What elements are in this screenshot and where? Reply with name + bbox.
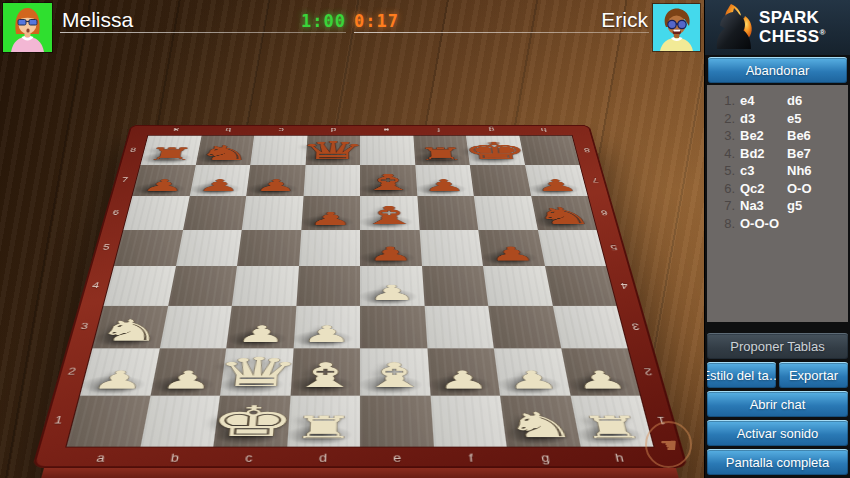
white-move: e4 [740, 93, 787, 108]
square-g4[interactable] [483, 266, 552, 305]
square-c6[interactable] [242, 196, 303, 230]
square-g1[interactable]: ♞ [500, 395, 580, 446]
white-bishop[interactable]: ♝ [289, 358, 362, 392]
coord-label-8: 8 [583, 147, 591, 154]
square-h2[interactable]: ♟ [561, 348, 640, 395]
move-row-6: 6.Qc2O-O [719, 180, 848, 198]
board-style-button[interactable]: Estilo del ta… [707, 362, 776, 388]
square-f2[interactable]: ♟ [427, 348, 500, 395]
square-c2[interactable]: ♛ [220, 348, 293, 395]
square-a8[interactable]: ♜ [141, 136, 202, 165]
chess-board[interactable]: ♜♞♛♜♚♟♟♟♝♟♟♟♝♞♟♟♟♞♟♟♟♟♛♝♝♟♟♟♚♜♞♜ aabbccd… [32, 125, 688, 468]
square-f7[interactable]: ♟ [415, 165, 474, 196]
square-d2[interactable]: ♝ [290, 348, 360, 395]
player-name-left: Melissa [62, 8, 133, 32]
black-move: Be7 [787, 146, 811, 161]
black-king[interactable]: ♚ [461, 139, 529, 163]
sparkchess-logo: SPARK CHESS® [705, 0, 850, 55]
coord-label-3: 3 [631, 322, 641, 332]
export-button[interactable]: Exportar [779, 362, 848, 388]
coord-label-b: b [170, 452, 180, 465]
erick-avatar-image [653, 4, 700, 51]
brand-title: SPARK CHESS® [759, 9, 826, 45]
abandon-button[interactable]: Abandonar [708, 57, 847, 83]
main-clock: 1:00 [296, 11, 346, 31]
move-row-4: 4.Bd2Be7 [719, 145, 848, 163]
black-knight[interactable]: ♞ [533, 204, 596, 227]
white-move: Na3 [740, 198, 787, 213]
black-queen[interactable]: ♛ [298, 138, 367, 163]
square-g7[interactable] [470, 165, 531, 196]
white-knight[interactable]: ♞ [93, 316, 165, 345]
square-e8[interactable] [360, 136, 415, 165]
square-h7[interactable]: ♟ [525, 165, 588, 196]
white-pawn[interactable]: ♟ [436, 367, 491, 392]
white-rook[interactable]: ♜ [291, 412, 355, 443]
coord-label-5: 5 [102, 243, 111, 251]
square-h6[interactable]: ♞ [531, 196, 597, 230]
square-e3[interactable] [360, 305, 427, 348]
white-bishop[interactable]: ♝ [358, 358, 431, 392]
white-king[interactable]: ♚ [207, 401, 297, 443]
square-f1[interactable] [430, 395, 507, 446]
square-a1[interactable] [67, 395, 150, 446]
black-pawn[interactable]: ♟ [487, 244, 536, 263]
square-d5[interactable] [299, 230, 361, 266]
coord-label-7: 7 [591, 176, 599, 183]
coord-label-g: g [488, 127, 495, 133]
square-d6[interactable]: ♟ [301, 196, 360, 230]
avatar-erick[interactable] [653, 4, 700, 51]
coord-label-3: 3 [79, 322, 89, 332]
square-c4[interactable] [232, 266, 299, 305]
coord-label-b: b [225, 127, 232, 133]
white-pawn[interactable]: ♟ [301, 323, 352, 346]
move-number: 2. [719, 111, 735, 126]
sparkchess-app: Melissa 1:00 0:17 Erick ♜♞♛♜♚♟♟♟♝♟♟♟♝♞♟♟… [0, 0, 850, 478]
square-a3[interactable]: ♞ [92, 305, 167, 348]
sidebar: SPARK CHESS® Abandonar 1.e4d62.d3e53.Be2… [704, 0, 850, 478]
black-move: e5 [787, 111, 801, 126]
square-e7[interactable]: ♝ [360, 165, 417, 196]
square-b5[interactable] [176, 230, 242, 266]
white-rook[interactable]: ♜ [578, 412, 648, 443]
white-move: O-O-O [740, 216, 787, 231]
fullscreen-button[interactable]: Pantalla completa [707, 449, 848, 475]
white-pawn[interactable]: ♟ [505, 367, 561, 392]
move-number: 7. [719, 198, 735, 213]
square-d7[interactable] [303, 165, 360, 196]
black-pawn[interactable]: ♟ [197, 177, 242, 193]
move-number: 5. [719, 163, 735, 178]
black-knight[interactable]: ♞ [196, 143, 253, 163]
square-g2[interactable]: ♟ [494, 348, 570, 395]
white-pawn[interactable]: ♟ [89, 367, 147, 392]
square-d3[interactable]: ♟ [293, 305, 360, 348]
brand-line1: SPARK [759, 8, 819, 27]
header-divider-left [60, 32, 346, 33]
white-move: Qc2 [740, 181, 787, 196]
square-d4[interactable] [296, 266, 360, 305]
coord-label-6: 6 [112, 209, 120, 217]
square-g3[interactable] [488, 305, 561, 348]
square-h1[interactable]: ♜ [570, 395, 653, 446]
move-clock: 0:17 [354, 11, 399, 31]
coord-label-g: g [540, 452, 550, 465]
white-move: Be2 [740, 128, 787, 143]
white-pawn[interactable]: ♟ [159, 367, 215, 392]
coord-label-8: 8 [129, 147, 137, 154]
white-move: d3 [740, 111, 787, 126]
square-f4[interactable] [422, 266, 489, 305]
white-move: Bd2 [740, 146, 787, 161]
move-number: 8. [719, 216, 735, 231]
coord-label-5: 5 [609, 243, 618, 251]
black-move: O-O [787, 181, 812, 196]
brand-line2: CHESS [759, 27, 820, 46]
black-move: Be6 [787, 128, 811, 143]
square-a7[interactable]: ♟ [132, 165, 195, 196]
square-a5[interactable] [114, 230, 183, 266]
square-c1[interactable]: ♚ [213, 395, 290, 446]
move-row-1: 1.e4d6 [719, 92, 848, 110]
move-row-2: 2.d3e5 [719, 110, 848, 128]
move-row-5: 5.c3Nh6 [719, 162, 848, 180]
square-b7[interactable]: ♟ [189, 165, 250, 196]
square-f3[interactable] [424, 305, 494, 348]
coord-label-2: 2 [643, 366, 653, 377]
black-bishop[interactable]: ♝ [359, 203, 421, 227]
square-h3[interactable] [552, 305, 627, 348]
square-f5[interactable] [419, 230, 483, 266]
registered-mark: ® [820, 28, 826, 37]
black-move: g5 [787, 198, 802, 213]
square-b6[interactable] [183, 196, 247, 230]
black-rook[interactable]: ♜ [145, 145, 196, 163]
square-d8[interactable]: ♛ [305, 136, 360, 165]
square-g6[interactable] [474, 196, 538, 230]
square-e6[interactable]: ♝ [360, 196, 419, 230]
black-move: d6 [787, 93, 802, 108]
square-e1[interactable] [360, 395, 433, 446]
square-g8[interactable]: ♚ [466, 136, 525, 165]
coord-label-c: c [278, 127, 284, 133]
white-pawn[interactable]: ♟ [235, 323, 287, 346]
black-pawn[interactable]: ♟ [422, 177, 466, 193]
move-number: 3. [719, 128, 735, 143]
coord-label-2: 2 [67, 366, 77, 377]
coord-label-a: a [172, 127, 179, 133]
melissa-avatar-image [3, 3, 52, 52]
square-c3[interactable]: ♟ [226, 305, 296, 348]
hand-icon[interactable]: ☚ [645, 421, 692, 468]
coord-label-4: 4 [91, 281, 100, 290]
white-knight[interactable]: ♞ [502, 408, 579, 443]
square-e4[interactable]: ♟ [360, 266, 424, 305]
square-a4[interactable] [104, 266, 176, 305]
square-f6[interactable] [417, 196, 478, 230]
move-list[interactable]: 1.e4d62.d3e53.Be2Be64.Bd2Be75.c3Nh66.Qc2… [707, 85, 848, 322]
square-g5[interactable]: ♟ [478, 230, 544, 266]
coord-label-4: 4 [620, 281, 629, 290]
coord-label-f: f [469, 452, 474, 465]
white-pawn[interactable]: ♟ [573, 367, 631, 392]
player-name-right: Erick [601, 8, 648, 32]
white-move: c3 [740, 163, 787, 178]
board-squares: ♜♞♛♜♚♟♟♟♝♟♟♟♝♞♟♟♟♞♟♟♟♟♛♝♝♟♟♟♚♜♞♜ [67, 136, 654, 447]
black-bishop[interactable]: ♝ [359, 171, 419, 194]
avatar-melissa[interactable] [3, 3, 52, 52]
black-move: Nh6 [787, 163, 812, 178]
header-divider-right [354, 32, 649, 33]
square-d1[interactable]: ♜ [287, 395, 360, 446]
coord-label-h: h [614, 452, 625, 465]
hand-glyph: ☚ [660, 433, 678, 457]
black-rook[interactable]: ♜ [417, 145, 466, 163]
coord-label-d: d [319, 452, 327, 465]
coord-label-f: f [437, 127, 440, 133]
move-row-7: 7.Na3g5 [719, 197, 848, 215]
square-a6[interactable] [124, 196, 190, 230]
move-row-3: 3.Be2Be6 [719, 127, 848, 145]
black-pawn[interactable]: ♟ [308, 210, 353, 228]
coord-label-d: d [331, 127, 337, 133]
coord-label-a: a [95, 452, 106, 465]
move-row-8: 8.O-O-O [719, 215, 848, 233]
propose-draw-button[interactable]: Proponer Tablas [707, 333, 848, 359]
sidebar-buttons: Proponer Tablas Estilo del ta… Exportar … [707, 333, 848, 475]
move-number: 4. [719, 146, 735, 161]
white-pawn[interactable]: ♟ [368, 282, 417, 303]
square-c7[interactable]: ♟ [246, 165, 305, 196]
square-c5[interactable] [237, 230, 301, 266]
square-h5[interactable] [537, 230, 606, 266]
coord-label-6: 6 [600, 209, 608, 217]
coord-label-c: c [245, 452, 253, 465]
coord-label-h: h [540, 127, 547, 133]
black-pawn[interactable]: ♟ [367, 244, 414, 263]
style-export-row: Estilo del ta… Exportar [707, 362, 848, 388]
move-number: 1. [719, 93, 735, 108]
move-number: 6. [719, 181, 735, 196]
coord-label-e: e [383, 127, 389, 133]
black-pawn[interactable]: ♟ [253, 177, 297, 193]
coord-label-e: e [393, 452, 401, 465]
black-pawn[interactable]: ♟ [140, 177, 186, 193]
square-h4[interactable] [545, 266, 617, 305]
open-chat-button[interactable]: Abrir chat [707, 391, 848, 417]
knight-flame-icon [705, 2, 757, 54]
square-b3[interactable] [159, 305, 232, 348]
square-b4[interactable] [168, 266, 237, 305]
sound-toggle-button[interactable]: Activar sonido [707, 420, 848, 446]
coord-label-7: 7 [121, 176, 129, 183]
square-b8[interactable]: ♞ [195, 136, 254, 165]
square-e5[interactable]: ♟ [360, 230, 422, 266]
coord-label-1: 1 [53, 415, 64, 427]
black-pawn[interactable]: ♟ [534, 177, 580, 193]
square-e2[interactable]: ♝ [360, 348, 430, 395]
square-a2[interactable]: ♟ [80, 348, 159, 395]
